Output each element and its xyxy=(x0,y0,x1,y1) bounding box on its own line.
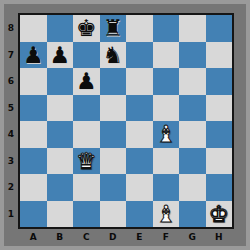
square-f8[interactable] xyxy=(153,15,180,42)
piece-black-knight-d7[interactable]: ♞ xyxy=(100,42,127,69)
square-f3[interactable] xyxy=(153,148,180,175)
rank-label-6: 6 xyxy=(4,68,18,95)
square-b7[interactable]: ♟ xyxy=(47,42,74,69)
chess-board: ♚♜♟♟♞♟♝♛♝♚ xyxy=(18,13,234,229)
rank-label-3: 3 xyxy=(4,148,18,175)
square-c7[interactable] xyxy=(73,42,100,69)
square-d6[interactable] xyxy=(100,68,127,95)
square-f5[interactable] xyxy=(153,95,180,122)
square-a4[interactable] xyxy=(20,121,47,148)
square-b3[interactable] xyxy=(47,148,74,175)
square-a3[interactable] xyxy=(20,148,47,175)
square-h4[interactable] xyxy=(206,121,233,148)
piece-black-pawn-b7[interactable]: ♟ xyxy=(47,42,74,69)
square-c1[interactable] xyxy=(73,201,100,228)
square-g6[interactable] xyxy=(179,68,206,95)
square-b4[interactable] xyxy=(47,121,74,148)
square-g2[interactable] xyxy=(179,174,206,201)
square-a8[interactable] xyxy=(20,15,47,42)
square-d4[interactable] xyxy=(100,121,127,148)
rank-label-7: 7 xyxy=(4,42,18,69)
square-g7[interactable] xyxy=(179,42,206,69)
chess-diagram: 87654321 ABCDEFGH ♚♜♟♟♞♟♝♛♝♚ xyxy=(0,0,250,250)
square-h6[interactable] xyxy=(206,68,233,95)
piece-white-king-h1[interactable]: ♚ xyxy=(206,201,233,228)
square-d8[interactable]: ♜ xyxy=(100,15,127,42)
square-g3[interactable] xyxy=(179,148,206,175)
square-c2[interactable] xyxy=(73,174,100,201)
square-f2[interactable] xyxy=(153,174,180,201)
piece-white-bishop-f4[interactable]: ♝ xyxy=(153,121,180,148)
file-label-d: D xyxy=(100,231,127,245)
file-label-h: H xyxy=(206,231,233,245)
piece-white-bishop-f1[interactable]: ♝ xyxy=(153,201,180,228)
square-f1[interactable]: ♝ xyxy=(153,201,180,228)
square-d3[interactable] xyxy=(100,148,127,175)
square-e3[interactable] xyxy=(126,148,153,175)
file-label-e: E xyxy=(126,231,153,245)
square-e1[interactable] xyxy=(126,201,153,228)
square-d2[interactable] xyxy=(100,174,127,201)
rank-label-4: 4 xyxy=(4,121,18,148)
square-c3[interactable]: ♛ xyxy=(73,148,100,175)
square-a5[interactable] xyxy=(20,95,47,122)
square-e7[interactable] xyxy=(126,42,153,69)
square-e4[interactable] xyxy=(126,121,153,148)
square-c5[interactable] xyxy=(73,95,100,122)
rank-label-5: 5 xyxy=(4,95,18,122)
square-e2[interactable] xyxy=(126,174,153,201)
square-g8[interactable] xyxy=(179,15,206,42)
square-a2[interactable] xyxy=(20,174,47,201)
square-h1[interactable]: ♚ xyxy=(206,201,233,228)
square-c4[interactable] xyxy=(73,121,100,148)
square-c8[interactable]: ♚ xyxy=(73,15,100,42)
square-a7[interactable]: ♟ xyxy=(20,42,47,69)
square-d5[interactable] xyxy=(100,95,127,122)
rank-label-1: 1 xyxy=(4,201,18,228)
square-f6[interactable] xyxy=(153,68,180,95)
square-h8[interactable] xyxy=(206,15,233,42)
piece-white-queen-c3[interactable]: ♛ xyxy=(73,148,100,175)
square-d1[interactable] xyxy=(100,201,127,228)
square-b8[interactable] xyxy=(47,15,74,42)
square-e6[interactable] xyxy=(126,68,153,95)
square-c6[interactable]: ♟ xyxy=(73,68,100,95)
piece-black-rook-d8[interactable]: ♜ xyxy=(100,15,127,42)
square-a6[interactable] xyxy=(20,68,47,95)
piece-black-pawn-c6[interactable]: ♟ xyxy=(73,68,100,95)
square-b1[interactable] xyxy=(47,201,74,228)
square-b2[interactable] xyxy=(47,174,74,201)
square-g5[interactable] xyxy=(179,95,206,122)
square-h2[interactable] xyxy=(206,174,233,201)
square-h3[interactable] xyxy=(206,148,233,175)
square-g4[interactable] xyxy=(179,121,206,148)
file-label-f: F xyxy=(153,231,180,245)
square-g1[interactable] xyxy=(179,201,206,228)
square-e5[interactable] xyxy=(126,95,153,122)
square-h5[interactable] xyxy=(206,95,233,122)
square-d7[interactable]: ♞ xyxy=(100,42,127,69)
square-f7[interactable] xyxy=(153,42,180,69)
square-f4[interactable]: ♝ xyxy=(153,121,180,148)
piece-black-pawn-a7[interactable]: ♟ xyxy=(20,42,47,69)
piece-black-king-c8[interactable]: ♚ xyxy=(73,15,100,42)
square-a1[interactable] xyxy=(20,201,47,228)
square-h7[interactable] xyxy=(206,42,233,69)
file-label-b: B xyxy=(47,231,74,245)
file-label-a: A xyxy=(20,231,47,245)
square-b6[interactable] xyxy=(47,68,74,95)
file-label-g: G xyxy=(179,231,206,245)
square-e8[interactable] xyxy=(126,15,153,42)
rank-label-2: 2 xyxy=(4,174,18,201)
square-b5[interactable] xyxy=(47,95,74,122)
rank-label-8: 8 xyxy=(4,15,18,42)
file-label-c: C xyxy=(73,231,100,245)
board-frame: 87654321 ABCDEFGH ♚♜♟♟♞♟♝♛♝♚ xyxy=(4,4,246,246)
